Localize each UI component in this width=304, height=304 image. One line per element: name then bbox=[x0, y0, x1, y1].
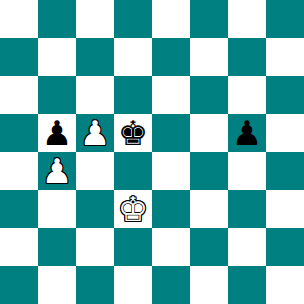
square-f4[interactable] bbox=[190, 152, 228, 190]
square-c1[interactable] bbox=[76, 266, 114, 304]
square-a1[interactable] bbox=[0, 266, 38, 304]
square-d6[interactable] bbox=[114, 76, 152, 114]
square-e3[interactable] bbox=[152, 190, 190, 228]
square-a8[interactable] bbox=[0, 0, 38, 38]
square-b4[interactable]: ♟ bbox=[38, 152, 76, 190]
square-e1[interactable] bbox=[152, 266, 190, 304]
square-c6[interactable] bbox=[76, 76, 114, 114]
square-g4[interactable] bbox=[228, 152, 266, 190]
black-pawn[interactable]: ♟ bbox=[42, 114, 72, 152]
white-king[interactable]: ♚ bbox=[118, 190, 148, 228]
square-d1[interactable] bbox=[114, 266, 152, 304]
square-c2[interactable] bbox=[76, 228, 114, 266]
square-e8[interactable] bbox=[152, 0, 190, 38]
square-a5[interactable] bbox=[0, 114, 38, 152]
square-g1[interactable] bbox=[228, 266, 266, 304]
square-a2[interactable] bbox=[0, 228, 38, 266]
square-g5[interactable]: ♟ bbox=[228, 114, 266, 152]
square-c8[interactable] bbox=[76, 0, 114, 38]
square-b8[interactable] bbox=[38, 0, 76, 38]
square-d2[interactable] bbox=[114, 228, 152, 266]
chess-board: ♟♟♚♟♟♚ bbox=[0, 0, 304, 304]
square-b1[interactable] bbox=[38, 266, 76, 304]
square-e5[interactable] bbox=[152, 114, 190, 152]
square-d3[interactable]: ♚ bbox=[114, 190, 152, 228]
square-g8[interactable] bbox=[228, 0, 266, 38]
square-g7[interactable] bbox=[228, 38, 266, 76]
square-b2[interactable] bbox=[38, 228, 76, 266]
square-f5[interactable] bbox=[190, 114, 228, 152]
square-b7[interactable] bbox=[38, 38, 76, 76]
square-f6[interactable] bbox=[190, 76, 228, 114]
square-e7[interactable] bbox=[152, 38, 190, 76]
square-f7[interactable] bbox=[190, 38, 228, 76]
square-c5[interactable]: ♟ bbox=[76, 114, 114, 152]
square-f8[interactable] bbox=[190, 0, 228, 38]
square-h8[interactable] bbox=[266, 0, 304, 38]
square-d7[interactable] bbox=[114, 38, 152, 76]
square-a3[interactable] bbox=[0, 190, 38, 228]
square-b5[interactable]: ♟ bbox=[38, 114, 76, 152]
square-c4[interactable] bbox=[76, 152, 114, 190]
square-h1[interactable] bbox=[266, 266, 304, 304]
square-h3[interactable] bbox=[266, 190, 304, 228]
square-e4[interactable] bbox=[152, 152, 190, 190]
square-a7[interactable] bbox=[0, 38, 38, 76]
square-h2[interactable] bbox=[266, 228, 304, 266]
square-h4[interactable] bbox=[266, 152, 304, 190]
square-g3[interactable] bbox=[228, 190, 266, 228]
square-d5[interactable]: ♚ bbox=[114, 114, 152, 152]
square-d8[interactable] bbox=[114, 0, 152, 38]
square-d4[interactable] bbox=[114, 152, 152, 190]
square-g6[interactable] bbox=[228, 76, 266, 114]
square-a6[interactable] bbox=[0, 76, 38, 114]
square-g2[interactable] bbox=[228, 228, 266, 266]
square-c3[interactable] bbox=[76, 190, 114, 228]
square-b6[interactable] bbox=[38, 76, 76, 114]
square-c7[interactable] bbox=[76, 38, 114, 76]
black-pawn[interactable]: ♟ bbox=[232, 114, 262, 152]
square-f2[interactable] bbox=[190, 228, 228, 266]
square-h7[interactable] bbox=[266, 38, 304, 76]
square-a4[interactable] bbox=[0, 152, 38, 190]
square-b3[interactable] bbox=[38, 190, 76, 228]
white-pawn[interactable]: ♟ bbox=[80, 114, 110, 152]
square-e6[interactable] bbox=[152, 76, 190, 114]
square-h6[interactable] bbox=[266, 76, 304, 114]
square-h5[interactable] bbox=[266, 114, 304, 152]
square-f1[interactable] bbox=[190, 266, 228, 304]
square-e2[interactable] bbox=[152, 228, 190, 266]
white-pawn[interactable]: ♟ bbox=[42, 152, 72, 190]
black-king[interactable]: ♚ bbox=[118, 114, 148, 152]
square-f3[interactable] bbox=[190, 190, 228, 228]
